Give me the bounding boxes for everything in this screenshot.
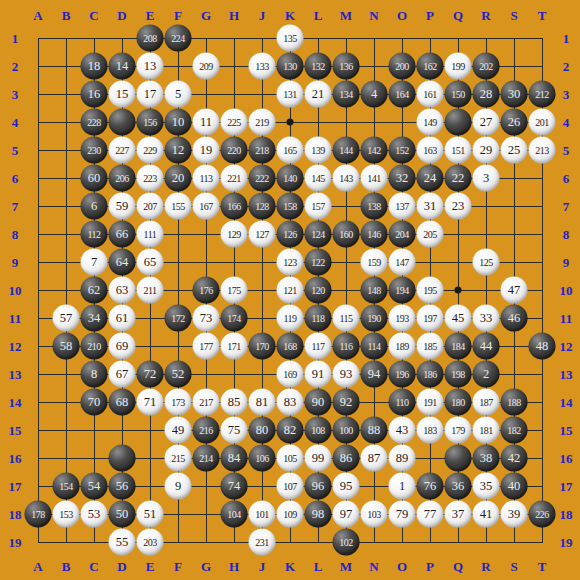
black-stone-H5: 220 [221, 137, 248, 164]
black-stone-M8: 160 [333, 221, 360, 248]
move-number: 67 [116, 368, 129, 381]
move-number: 113 [199, 173, 212, 183]
col-label-top-B: B [62, 9, 71, 22]
move-number: 96 [312, 480, 325, 493]
black-stone-B17: 154 [53, 473, 80, 500]
move-number: 130 [283, 61, 297, 71]
move-number: 224 [171, 33, 185, 43]
black-stone-S4: 26 [501, 109, 528, 136]
move-number: 145 [311, 173, 325, 183]
black-stone-C17: 54 [81, 473, 108, 500]
move-number: 129 [227, 229, 241, 239]
move-number: 156 [143, 117, 157, 127]
col-label-bottom-K: K [285, 560, 295, 573]
white-stone-L12: 117 [305, 333, 332, 360]
black-stone-L18: 98 [305, 501, 332, 528]
black-stone-Q12: 184 [445, 333, 472, 360]
move-number: 200 [395, 61, 409, 71]
white-stone-T5: 213 [529, 137, 556, 164]
move-number: 61 [116, 312, 129, 325]
move-number: 118 [311, 313, 324, 323]
move-number: 174 [227, 313, 241, 323]
col-label-top-J: J [259, 9, 266, 22]
black-stone-R12: 44 [473, 333, 500, 360]
black-stone-O3: 164 [389, 81, 416, 108]
move-number: 205 [423, 229, 437, 239]
move-number: 162 [423, 61, 437, 71]
white-stone-P18: 77 [417, 501, 444, 528]
white-stone-E18: 51 [137, 501, 164, 528]
move-number: 4 [371, 88, 377, 101]
move-number: 222 [255, 173, 269, 183]
row-label-right-10: 10 [560, 284, 573, 297]
black-stone-Q17: 36 [445, 473, 472, 500]
col-label-top-A: A [33, 9, 42, 22]
move-number: 66 [116, 228, 129, 241]
black-stone-Q6: 22 [445, 165, 472, 192]
black-stone-D9: 64 [109, 249, 136, 276]
black-stone-C14: 70 [81, 389, 108, 416]
white-stone-Q15: 179 [445, 417, 472, 444]
move-number: 114 [367, 341, 380, 351]
white-stone-G2: 209 [193, 53, 220, 80]
white-stone-R6: 3 [473, 165, 500, 192]
row-label-left-7: 7 [12, 200, 19, 213]
col-label-top-N: N [369, 9, 378, 22]
row-label-right-16: 16 [560, 452, 573, 465]
move-number: 90 [312, 396, 325, 409]
col-label-top-L: L [314, 9, 323, 22]
move-number: 152 [395, 145, 409, 155]
white-stone-K13: 169 [277, 361, 304, 388]
col-label-top-F: F [174, 9, 182, 22]
black-stone-Q13: 198 [445, 361, 472, 388]
move-number: 169 [283, 369, 297, 379]
col-label-bottom-J: J [259, 560, 266, 573]
black-stone-G16: 214 [193, 445, 220, 472]
col-label-bottom-B: B [62, 560, 71, 573]
row-label-left-2: 2 [12, 60, 19, 73]
white-stone-Q7: 23 [445, 193, 472, 220]
move-number: 142 [367, 145, 381, 155]
white-stone-E10: 211 [137, 277, 164, 304]
black-stone-M3: 134 [333, 81, 360, 108]
white-stone-L16: 99 [305, 445, 332, 472]
move-number: 20 [172, 172, 185, 185]
black-stone-H16: 84 [221, 445, 248, 472]
move-number: 91 [312, 368, 325, 381]
col-label-bottom-O: O [397, 560, 407, 573]
white-stone-D3: 15 [109, 81, 136, 108]
black-stone-D6: 206 [109, 165, 136, 192]
black-stone-R16: 38 [473, 445, 500, 472]
white-stone-S10: 47 [501, 277, 528, 304]
move-number: 42 [508, 452, 521, 465]
black-stone-S14: 188 [501, 389, 528, 416]
move-number: 23 [452, 200, 465, 213]
white-stone-M13: 93 [333, 361, 360, 388]
move-number: 219 [255, 117, 269, 127]
move-number: 57 [60, 312, 73, 325]
move-number: 112 [87, 229, 100, 239]
move-number: 210 [87, 341, 101, 351]
black-stone-C2: 18 [81, 53, 108, 80]
black-stone-N3: 4 [361, 81, 388, 108]
black-stone-N11: 190 [361, 305, 388, 332]
white-stone-H6: 221 [221, 165, 248, 192]
move-number: 194 [395, 285, 409, 295]
move-number: 116 [339, 341, 352, 351]
white-stone-F14: 173 [165, 389, 192, 416]
black-stone-D4-handicap [109, 109, 136, 136]
black-stone-P17: 76 [417, 473, 444, 500]
move-number: 12 [172, 144, 185, 157]
black-stone-C11: 34 [81, 305, 108, 332]
move-number: 135 [283, 33, 297, 43]
black-stone-D16-handicap [109, 445, 136, 472]
move-number: 40 [508, 480, 521, 493]
white-stone-B11: 57 [53, 305, 80, 332]
white-stone-E6: 223 [137, 165, 164, 192]
black-stone-C12: 210 [81, 333, 108, 360]
move-number: 53 [88, 508, 101, 521]
black-stone-N10: 148 [361, 277, 388, 304]
black-stone-N12: 114 [361, 333, 388, 360]
col-label-top-H: H [229, 9, 239, 22]
move-number: 35 [480, 480, 493, 493]
move-number: 155 [171, 201, 185, 211]
black-stone-D18: 50 [109, 501, 136, 528]
black-stone-K6: 140 [277, 165, 304, 192]
black-stone-K8: 126 [277, 221, 304, 248]
move-number: 89 [396, 452, 409, 465]
move-number: 215 [171, 453, 185, 463]
move-number: 227 [115, 145, 129, 155]
white-stone-N9: 159 [361, 249, 388, 276]
black-stone-K7: 158 [277, 193, 304, 220]
move-number: 26 [508, 116, 521, 129]
black-stone-O8: 204 [389, 221, 416, 248]
white-stone-F3: 5 [165, 81, 192, 108]
black-stone-S3: 30 [501, 81, 528, 108]
white-stone-D10: 63 [109, 277, 136, 304]
move-number: 202 [479, 61, 493, 71]
move-number: 98 [312, 508, 325, 521]
move-number: 13 [144, 60, 157, 73]
move-number: 172 [171, 313, 185, 323]
black-stone-H18: 104 [221, 501, 248, 528]
move-number: 197 [423, 313, 437, 323]
white-stone-H15: 75 [221, 417, 248, 444]
black-stone-S16: 42 [501, 445, 528, 472]
move-number: 32 [396, 172, 409, 185]
move-number: 220 [227, 145, 241, 155]
move-number: 109 [283, 509, 297, 519]
move-number: 184 [451, 341, 465, 351]
move-number: 108 [311, 425, 325, 435]
move-number: 43 [396, 424, 409, 437]
col-label-top-P: P [426, 9, 434, 22]
row-label-left-6: 6 [12, 172, 19, 185]
white-stone-D7: 59 [109, 193, 136, 220]
black-stone-T3: 212 [529, 81, 556, 108]
row-label-left-3: 3 [12, 88, 19, 101]
move-number: 196 [395, 369, 409, 379]
white-stone-O9: 147 [389, 249, 416, 276]
move-number: 179 [451, 425, 465, 435]
move-number: 77 [424, 508, 437, 521]
move-number: 14 [116, 60, 129, 73]
black-stone-L10: 120 [305, 277, 332, 304]
white-stone-P15: 183 [417, 417, 444, 444]
white-stone-P7: 31 [417, 193, 444, 220]
move-number: 133 [255, 61, 269, 71]
move-number: 86 [340, 452, 353, 465]
move-number: 153 [59, 509, 73, 519]
white-stone-C9: 7 [81, 249, 108, 276]
black-stone-C5: 230 [81, 137, 108, 164]
move-number: 204 [395, 229, 409, 239]
move-number: 181 [479, 425, 493, 435]
move-number: 167 [199, 201, 213, 211]
move-number: 171 [227, 341, 241, 351]
row-label-right-7: 7 [563, 200, 570, 213]
move-number: 151 [451, 145, 465, 155]
move-number: 25 [508, 144, 521, 157]
move-number: 230 [87, 145, 101, 155]
black-stone-O10: 194 [389, 277, 416, 304]
move-number: 208 [143, 33, 157, 43]
move-number: 87 [368, 452, 381, 465]
move-number: 16 [88, 88, 101, 101]
white-stone-G14: 217 [193, 389, 220, 416]
white-stone-R4: 27 [473, 109, 500, 136]
black-stone-P13: 186 [417, 361, 444, 388]
white-stone-M6: 143 [333, 165, 360, 192]
move-number: 64 [116, 256, 129, 269]
white-stone-N18: 103 [361, 501, 388, 528]
move-number: 193 [395, 313, 409, 323]
white-stone-O15: 43 [389, 417, 416, 444]
white-stone-J19: 231 [249, 529, 276, 556]
move-number: 31 [424, 200, 437, 213]
row-label-left-10: 10 [9, 284, 22, 297]
white-stone-P14: 191 [417, 389, 444, 416]
move-number: 128 [255, 201, 269, 211]
white-stone-H8: 129 [221, 221, 248, 248]
col-label-top-D: D [117, 9, 126, 22]
move-number: 170 [255, 341, 269, 351]
row-label-left-14: 14 [9, 396, 22, 409]
black-stone-T18: 226 [529, 501, 556, 528]
move-number: 62 [88, 284, 101, 297]
row-label-left-1: 1 [12, 32, 19, 45]
white-stone-O16: 89 [389, 445, 416, 472]
white-stone-D19: 55 [109, 529, 136, 556]
col-label-top-S: S [510, 9, 517, 22]
move-number: 22 [452, 172, 465, 185]
row-label-right-12: 12 [560, 340, 573, 353]
col-label-bottom-H: H [229, 560, 239, 573]
row-label-right-11: 11 [560, 312, 572, 325]
white-stone-L3: 21 [305, 81, 332, 108]
move-number: 218 [255, 145, 269, 155]
black-stone-O13: 196 [389, 361, 416, 388]
white-stone-G7: 167 [193, 193, 220, 220]
white-stone-O18: 79 [389, 501, 416, 528]
move-number: 10 [172, 116, 185, 129]
move-number: 69 [116, 340, 129, 353]
move-number: 74 [228, 480, 241, 493]
move-number: 173 [171, 397, 185, 407]
white-stone-J14: 81 [249, 389, 276, 416]
row-label-left-12: 12 [9, 340, 22, 353]
move-number: 146 [367, 229, 381, 239]
white-stone-J8: 127 [249, 221, 276, 248]
black-stone-R2: 202 [473, 53, 500, 80]
white-stone-E8: 111 [137, 221, 164, 248]
white-stone-K9: 123 [277, 249, 304, 276]
move-number: 102 [339, 537, 353, 547]
white-stone-F7: 155 [165, 193, 192, 220]
black-stone-C7: 6 [81, 193, 108, 220]
move-number: 206 [115, 173, 129, 183]
black-stone-L9: 122 [305, 249, 332, 276]
col-label-bottom-A: A [33, 560, 42, 573]
move-number: 144 [339, 145, 353, 155]
white-stone-F17: 9 [165, 473, 192, 500]
col-label-top-Q: Q [453, 9, 463, 22]
black-stone-S11: 46 [501, 305, 528, 332]
row-label-right-4: 4 [563, 116, 570, 129]
white-stone-N16: 87 [361, 445, 388, 472]
move-number: 18 [88, 60, 101, 73]
move-number: 54 [88, 480, 101, 493]
black-stone-J5: 218 [249, 137, 276, 164]
black-stone-P6: 24 [417, 165, 444, 192]
black-stone-J6: 222 [249, 165, 276, 192]
move-number: 148 [367, 285, 381, 295]
move-number: 107 [283, 481, 297, 491]
move-number: 182 [507, 425, 521, 435]
row-label-right-15: 15 [560, 424, 573, 437]
move-number: 213 [535, 145, 549, 155]
black-stone-M14: 92 [333, 389, 360, 416]
col-label-bottom-Q: Q [453, 560, 463, 573]
white-stone-D12: 69 [109, 333, 136, 360]
move-number: 75 [228, 424, 241, 437]
move-number: 7 [91, 256, 97, 269]
white-stone-R5: 29 [473, 137, 500, 164]
col-label-top-T: T [538, 9, 547, 22]
move-number: 105 [283, 453, 297, 463]
black-stone-M19: 102 [333, 529, 360, 556]
black-stone-E13: 72 [137, 361, 164, 388]
black-stone-C8: 112 [81, 221, 108, 248]
move-number: 55 [116, 536, 129, 549]
col-label-top-R: R [481, 9, 490, 22]
white-stone-K17: 107 [277, 473, 304, 500]
move-number: 158 [283, 201, 297, 211]
move-number: 195 [423, 285, 437, 295]
white-stone-K11: 119 [277, 305, 304, 332]
row-label-left-18: 18 [9, 508, 22, 521]
move-number: 49 [172, 424, 185, 437]
move-number: 190 [367, 313, 381, 323]
black-stone-J16: 106 [249, 445, 276, 472]
move-number: 115 [339, 313, 352, 323]
go-board: AABBCCDDEEFFGGHHJJKKLLMMNNOOPPQQRRSSTT11… [0, 0, 580, 580]
move-number: 180 [451, 397, 465, 407]
move-number: 99 [312, 452, 325, 465]
move-number: 228 [87, 117, 101, 127]
black-stone-L8: 124 [305, 221, 332, 248]
white-stone-J4: 219 [249, 109, 276, 136]
white-stone-P3: 161 [417, 81, 444, 108]
move-number: 137 [395, 201, 409, 211]
move-number: 121 [283, 285, 297, 295]
black-stone-R3: 28 [473, 81, 500, 108]
move-number: 178 [31, 509, 45, 519]
row-label-left-15: 15 [9, 424, 22, 437]
move-number: 95 [340, 480, 353, 493]
black-stone-N8: 146 [361, 221, 388, 248]
move-number: 110 [395, 397, 408, 407]
move-number: 79 [396, 508, 409, 521]
black-stone-M16: 86 [333, 445, 360, 472]
black-stone-F13: 52 [165, 361, 192, 388]
white-stone-R14: 187 [473, 389, 500, 416]
row-label-left-11: 11 [9, 312, 21, 325]
col-label-bottom-R: R [481, 560, 490, 573]
move-number: 201 [535, 117, 549, 127]
white-stone-E2: 13 [137, 53, 164, 80]
black-stone-E4: 156 [137, 109, 164, 136]
move-number: 9 [175, 480, 181, 493]
move-number: 71 [144, 396, 157, 409]
move-number: 141 [367, 173, 381, 183]
move-number: 58 [60, 340, 73, 353]
move-number: 63 [116, 284, 129, 297]
move-number: 188 [507, 397, 521, 407]
white-stone-J2: 133 [249, 53, 276, 80]
move-number: 46 [508, 312, 521, 325]
move-number: 139 [311, 145, 325, 155]
move-number: 161 [423, 89, 437, 99]
white-stone-L13: 91 [305, 361, 332, 388]
move-number: 225 [227, 117, 241, 127]
black-stone-M2: 136 [333, 53, 360, 80]
white-stone-N6: 141 [361, 165, 388, 192]
black-stone-C10: 62 [81, 277, 108, 304]
black-stone-Q3: 150 [445, 81, 472, 108]
col-label-bottom-T: T [538, 560, 547, 573]
black-stone-C4: 228 [81, 109, 108, 136]
white-stone-F16: 215 [165, 445, 192, 472]
white-stone-D11: 61 [109, 305, 136, 332]
black-stone-M5: 144 [333, 137, 360, 164]
move-number: 103 [367, 509, 381, 519]
move-number: 94 [368, 368, 381, 381]
black-stone-G10: 176 [193, 277, 220, 304]
black-stone-L2: 132 [305, 53, 332, 80]
white-stone-R9: 125 [473, 249, 500, 276]
move-number: 15 [116, 88, 129, 101]
move-number: 76 [424, 480, 437, 493]
black-stone-N15: 88 [361, 417, 388, 444]
black-stone-K15: 82 [277, 417, 304, 444]
move-number: 48 [536, 340, 549, 353]
